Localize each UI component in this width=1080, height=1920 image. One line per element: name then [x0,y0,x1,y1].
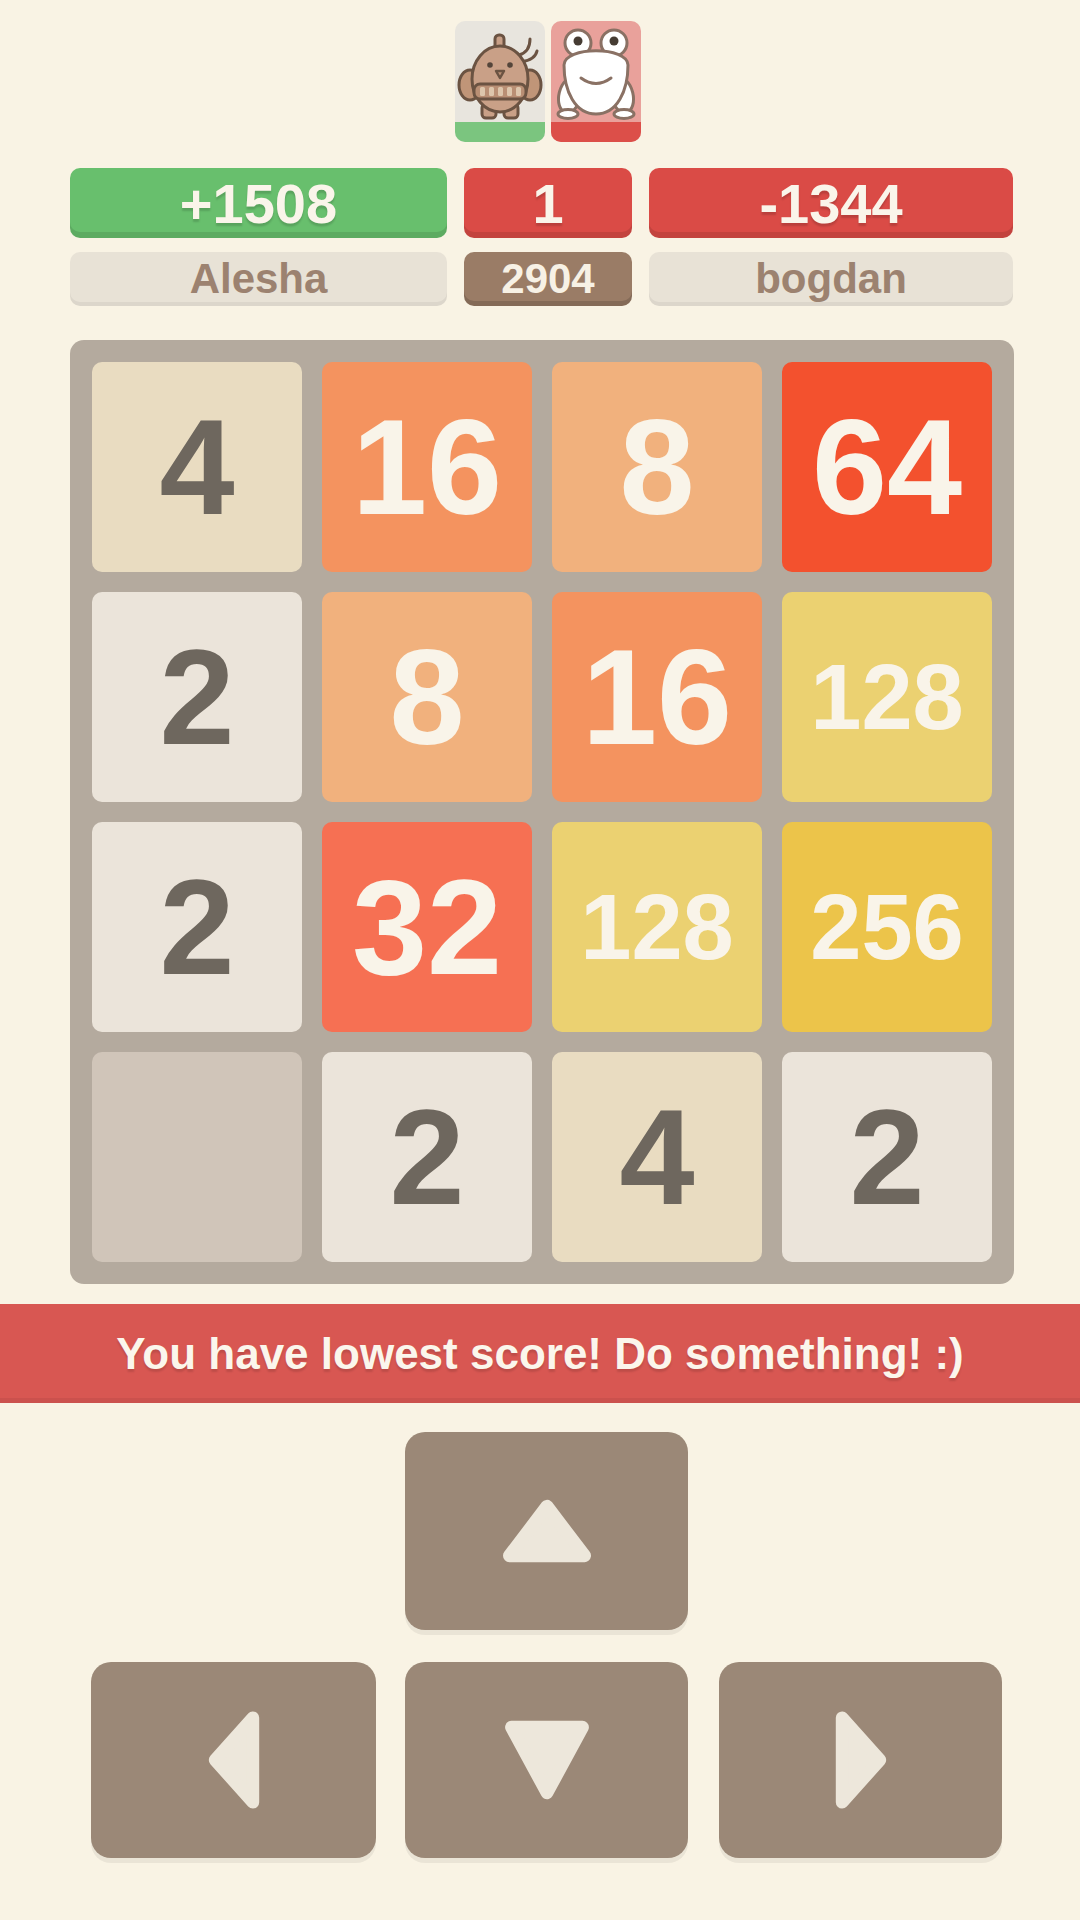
tile-r3c3: 2 [782,1052,992,1262]
tile-r0c3: 64 [782,362,992,572]
down-arrow-icon [503,1719,591,1801]
total-score-badge: 2904 [464,252,632,306]
right-player-score-delta: -1344 [649,168,1013,238]
move-up-button[interactable] [405,1432,688,1630]
move-down-button[interactable] [405,1662,688,1858]
up-arrow-icon [501,1498,593,1564]
rank-badge: 1 [464,168,632,238]
left-player-name: Alesha [70,252,447,306]
tile-r0c2: 8 [552,362,762,572]
tile-r1c0: 2 [92,592,302,802]
tile-r3c1: 2 [322,1052,532,1262]
chick-avatar-icon [455,21,545,122]
left-player-color-bar [455,122,545,142]
tile-r1c3: 128 [782,592,992,802]
avatar-card-right [551,21,641,142]
tile-r2c2: 128 [552,822,762,1032]
right-player-color-bar [551,122,641,142]
game-board[interactable]: 4 16 8 64 2 8 16 128 2 32 128 256 2 4 2 [70,340,1014,1284]
tile-r0c1: 16 [322,362,532,572]
frog-avatar-icon [551,21,641,122]
game-screen: +1508 1 -1344 Alesha 2904 bogdan 4 16 8 … [0,0,1080,1920]
left-arrow-icon [207,1709,261,1811]
player-avatars [455,21,641,142]
tile-r3c0 [92,1052,302,1262]
right-player-name: bogdan [649,252,1013,306]
tile-r2c3: 256 [782,822,992,1032]
avatar-card-left [455,21,545,142]
move-left-button[interactable] [91,1662,376,1858]
move-right-button[interactable] [719,1662,1002,1858]
tile-r0c0: 4 [92,362,302,572]
tile-r2c0: 2 [92,822,302,1032]
status-banner: You have lowest score! Do something! :) [0,1304,1080,1403]
tile-r1c1: 8 [322,592,532,802]
tile-r3c2: 4 [552,1052,762,1262]
left-player-score-delta: +1508 [70,168,447,238]
tile-r2c1: 32 [322,822,532,1032]
tile-r1c2: 16 [552,592,762,802]
right-arrow-icon [834,1709,888,1811]
